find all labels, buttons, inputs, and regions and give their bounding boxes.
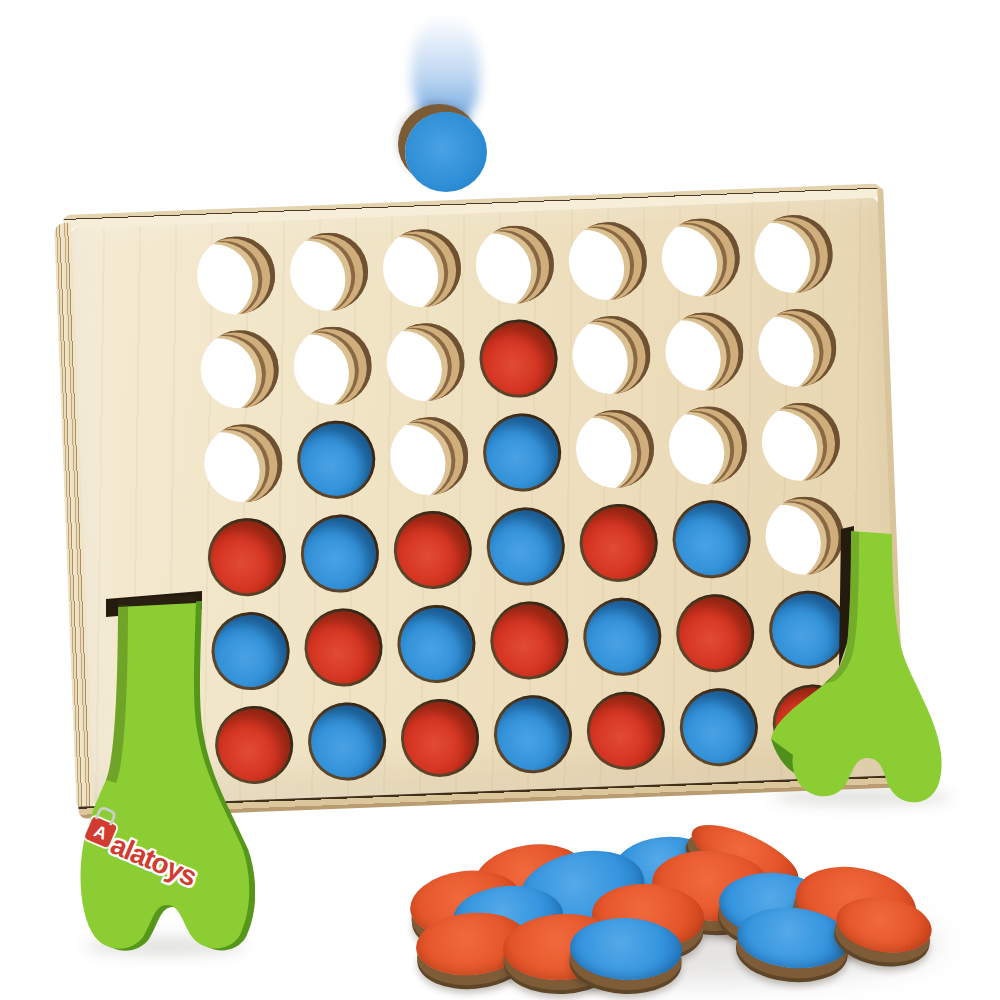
disc-pile	[0, 0, 1000, 1000]
product-photo-connect-four: A alatoys	[0, 0, 1000, 1000]
